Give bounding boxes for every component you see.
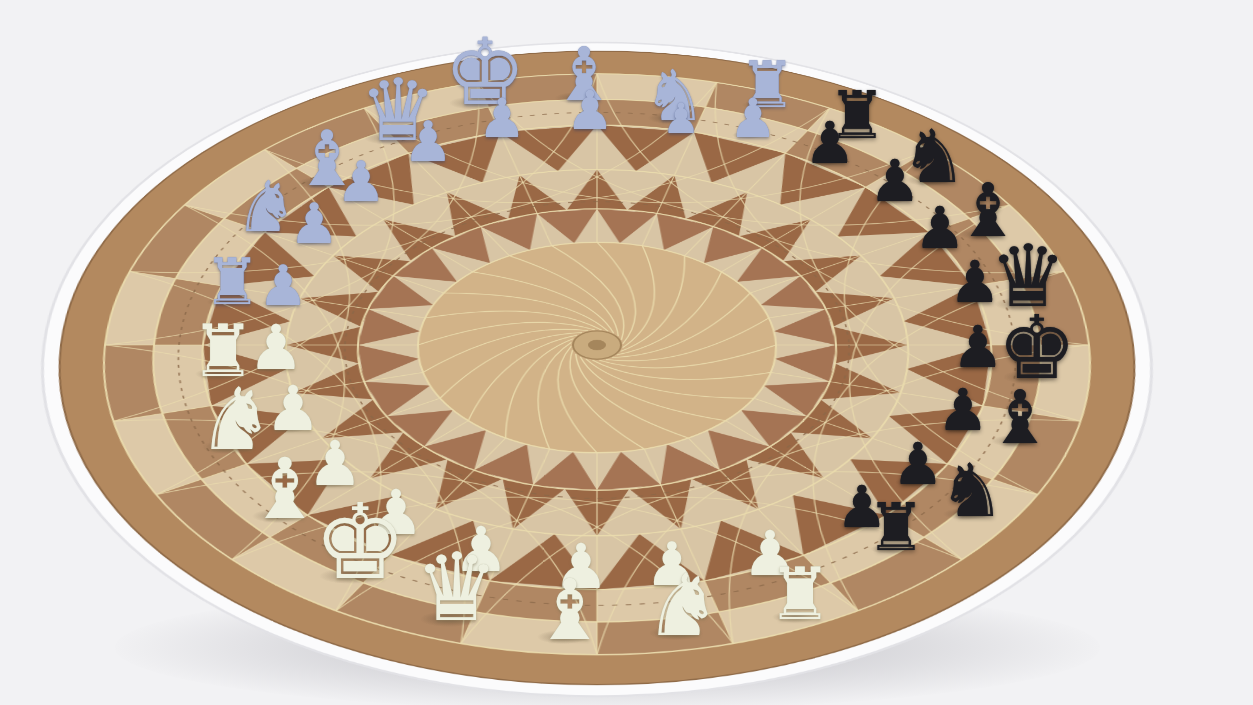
black-pawn[interactable]: ♟ xyxy=(804,114,856,172)
blue-pawn[interactable]: ♟ xyxy=(566,84,614,138)
black-pawn[interactable]: ♟ xyxy=(952,318,1004,376)
white-queen[interactable]: ♛ xyxy=(415,541,499,635)
black-rook[interactable]: ♜ xyxy=(866,495,925,561)
blue-pawn[interactable]: ♟ xyxy=(729,92,777,146)
white-knight[interactable]: ♞ xyxy=(644,562,721,648)
white-bishop[interactable]: ♝ xyxy=(247,447,322,531)
blue-pawn[interactable]: ♟ xyxy=(336,154,386,210)
blue-pawn[interactable]: ♟ xyxy=(258,258,308,314)
blue-rook[interactable]: ♜ xyxy=(203,250,260,314)
black-knight[interactable]: ♞ xyxy=(939,453,1005,527)
blue-pawn[interactable]: ♟ xyxy=(662,98,700,140)
black-pawn[interactable]: ♟ xyxy=(937,381,989,439)
three-man-chess-scene: ♝♚♜♞♟♟♟♟♜♛♟♟♞♝♟♟♞♝♟♟♟♜♟♛♟♟♜♚♟♟♝♞♟♟♞♝♟♟♜♟… xyxy=(0,0,1253,705)
blue-pawn[interactable]: ♟ xyxy=(289,196,339,252)
white-rook[interactable]: ♜ xyxy=(768,558,833,630)
blue-pawn[interactable]: ♟ xyxy=(478,92,526,146)
white-bishop[interactable]: ♝ xyxy=(532,568,607,652)
white-king[interactable]: ♚ xyxy=(313,490,406,594)
black-bishop[interactable]: ♝ xyxy=(987,380,1053,454)
blue-pawn[interactable]: ♟ xyxy=(403,114,453,170)
black-pawn[interactable]: ♟ xyxy=(892,435,944,493)
